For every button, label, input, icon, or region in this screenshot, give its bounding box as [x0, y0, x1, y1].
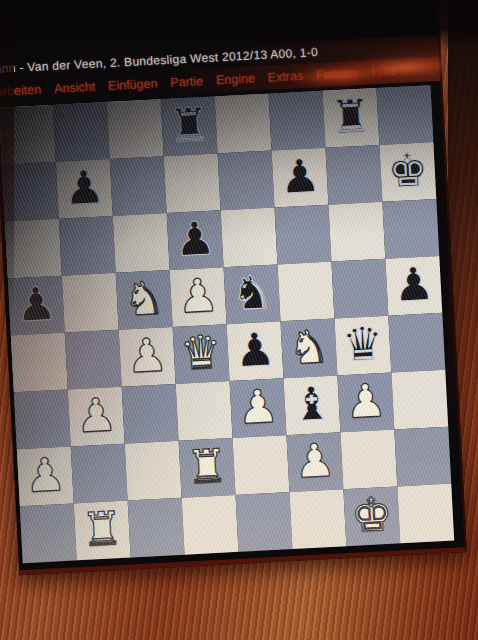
- square-e4[interactable]: ♟: [227, 321, 284, 381]
- square-g2[interactable]: [340, 430, 397, 490]
- square-e3[interactable]: ♟: [230, 378, 287, 438]
- square-a7[interactable]: [2, 162, 59, 222]
- piece-white-queen[interactable]: ♛: [179, 328, 223, 376]
- square-h8[interactable]: [376, 85, 433, 145]
- square-f2[interactable]: ♟: [286, 432, 343, 492]
- square-e2[interactable]: [233, 435, 290, 495]
- piece-white-knight[interactable]: ♞: [122, 274, 166, 322]
- square-h7[interactable]: ♚: [379, 142, 436, 202]
- square-a4[interactable]: [11, 333, 68, 393]
- menu-item-partie[interactable]: Partie: [170, 69, 204, 95]
- square-g6[interactable]: [328, 202, 385, 262]
- menu-item-engine[interactable]: Engine: [215, 66, 255, 92]
- piece-black-knight[interactable]: ♞: [230, 269, 274, 317]
- square-f5[interactable]: [278, 262, 335, 322]
- square-f8[interactable]: [269, 91, 326, 151]
- square-b7[interactable]: ♟: [56, 159, 113, 219]
- square-g1[interactable]: ♚: [343, 486, 400, 546]
- square-g5[interactable]: [331, 259, 388, 319]
- piece-black-queen[interactable]: ♛: [341, 320, 385, 368]
- chess-board: ♜♜♟♟♚♟♟♞♟♞♟♟♛♟♞♛♟♟♝♟♟♜♟♜♚: [0, 85, 454, 563]
- piece-white-king[interactable]: ♚: [350, 491, 394, 539]
- piece-black-pawn[interactable]: ♟: [278, 152, 322, 200]
- piece-white-pawn[interactable]: ♟: [23, 451, 67, 499]
- square-f6[interactable]: [275, 205, 332, 265]
- square-h4[interactable]: [388, 313, 445, 373]
- piece-white-pawn[interactable]: ♟: [74, 391, 118, 439]
- menu-item-ansicht[interactable]: Ansicht: [54, 75, 96, 101]
- square-b8[interactable]: [53, 102, 110, 162]
- square-b3[interactable]: ♟: [68, 387, 125, 447]
- piece-white-pawn[interactable]: ♟: [344, 377, 388, 425]
- square-g4[interactable]: ♛: [334, 316, 391, 376]
- square-a3[interactable]: [14, 390, 71, 450]
- square-f1[interactable]: [289, 489, 346, 549]
- square-e1[interactable]: [236, 492, 293, 552]
- square-c1[interactable]: [128, 498, 185, 558]
- square-c4[interactable]: ♟: [119, 327, 176, 387]
- square-c5[interactable]: ♞: [116, 270, 173, 330]
- square-d8[interactable]: ♜: [161, 96, 218, 156]
- menu-item-hilfe[interactable]: Hilfe: [371, 59, 397, 84]
- square-b2[interactable]: [71, 444, 128, 504]
- square-e8[interactable]: [215, 94, 272, 154]
- square-g3[interactable]: ♟: [337, 373, 394, 433]
- square-h2[interactable]: [394, 427, 451, 487]
- square-d2[interactable]: ♜: [179, 438, 236, 498]
- piece-black-pawn[interactable]: ♟: [392, 260, 436, 308]
- piece-black-bishop[interactable]: ♝: [290, 380, 334, 428]
- square-b1[interactable]: ♜: [74, 501, 131, 561]
- piece-black-rook[interactable]: ♜: [329, 92, 373, 140]
- square-g7[interactable]: [325, 145, 382, 205]
- square-a8[interactable]: [0, 105, 56, 165]
- menu-item-arbeiten[interactable]: arbeiten: [0, 78, 42, 104]
- square-f7[interactable]: ♟: [272, 148, 329, 208]
- square-f4[interactable]: ♞: [280, 318, 337, 378]
- square-e5[interactable]: ♞: [224, 264, 281, 324]
- board-area: ♜♜♟♟♚♟♟♞♟♞♟♟♛♟♞♛♟♟♝♟♟♜♟♜♚: [0, 85, 454, 563]
- square-d4[interactable]: ♛: [173, 324, 230, 384]
- menu-item-extras[interactable]: Extras: [267, 64, 304, 90]
- square-d6[interactable]: ♟: [167, 210, 224, 270]
- square-c2[interactable]: [125, 441, 182, 501]
- square-a2[interactable]: ♟: [17, 446, 74, 506]
- square-h6[interactable]: [382, 199, 439, 259]
- square-f3[interactable]: ♝: [283, 375, 340, 435]
- piece-white-rook[interactable]: ♜: [80, 505, 124, 553]
- square-c8[interactable]: [107, 99, 164, 159]
- square-b6[interactable]: [59, 216, 116, 276]
- square-e7[interactable]: [218, 151, 275, 211]
- square-a1[interactable]: [20, 503, 77, 563]
- piece-white-pawn[interactable]: ♟: [176, 272, 220, 320]
- square-d1[interactable]: [182, 495, 239, 555]
- square-g8[interactable]: ♜: [322, 88, 379, 148]
- square-h5[interactable]: ♟: [385, 256, 442, 316]
- menu-item-einfgen[interactable]: Einfügen: [108, 71, 159, 98]
- piece-white-rook[interactable]: ♜: [185, 442, 229, 490]
- piece-white-pawn[interactable]: ♟: [236, 383, 280, 431]
- square-e6[interactable]: [221, 207, 278, 267]
- square-d5[interactable]: ♟: [170, 267, 227, 327]
- square-d3[interactable]: [176, 381, 233, 441]
- square-a6[interactable]: [5, 219, 62, 279]
- square-h3[interactable]: [391, 370, 448, 430]
- menu-item-fenster[interactable]: Fenster: [316, 61, 360, 87]
- piece-white-knight[interactable]: ♞: [287, 323, 331, 371]
- piece-black-pawn[interactable]: ♟: [62, 163, 106, 211]
- square-d7[interactable]: [164, 153, 221, 213]
- square-a5[interactable]: ♟: [8, 276, 65, 336]
- desk-photo-background: ann - Van der Veen, 2. Bundesliga West 2…: [0, 0, 478, 640]
- piece-white-pawn[interactable]: ♟: [125, 331, 169, 379]
- monitor-screen: ann - Van der Veen, 2. Bundesliga West 2…: [0, 0, 467, 575]
- square-b5[interactable]: [62, 273, 119, 333]
- piece-black-pawn[interactable]: ♟: [233, 326, 277, 374]
- square-b4[interactable]: [65, 330, 122, 390]
- piece-black-rook[interactable]: ♜: [167, 101, 211, 149]
- square-h1[interactable]: [397, 484, 454, 544]
- piece-white-pawn[interactable]: ♟: [293, 437, 337, 485]
- square-c7[interactable]: [110, 156, 167, 216]
- square-c6[interactable]: [113, 213, 170, 273]
- piece-black-king[interactable]: ♚: [386, 146, 430, 194]
- square-c3[interactable]: [122, 384, 179, 444]
- piece-black-pawn[interactable]: ♟: [173, 215, 217, 263]
- piece-black-pawn[interactable]: ♟: [14, 280, 58, 328]
